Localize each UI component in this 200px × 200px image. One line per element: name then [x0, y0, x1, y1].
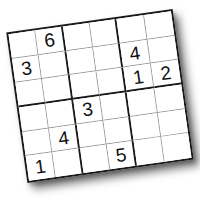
cell-r6c1-given[interactable]: 1 — [26, 152, 56, 180]
cell-r6c5[interactable] — [134, 137, 164, 165]
sudoku-board: 634123415 — [6, 9, 194, 183]
cell-r6c3[interactable] — [80, 145, 111, 173]
cell-r6c2[interactable] — [53, 149, 83, 177]
page-background: 634123415 — [0, 0, 200, 200]
cell-r6c4-given[interactable]: 5 — [107, 141, 137, 169]
cell-r6c6[interactable] — [161, 133, 192, 161]
